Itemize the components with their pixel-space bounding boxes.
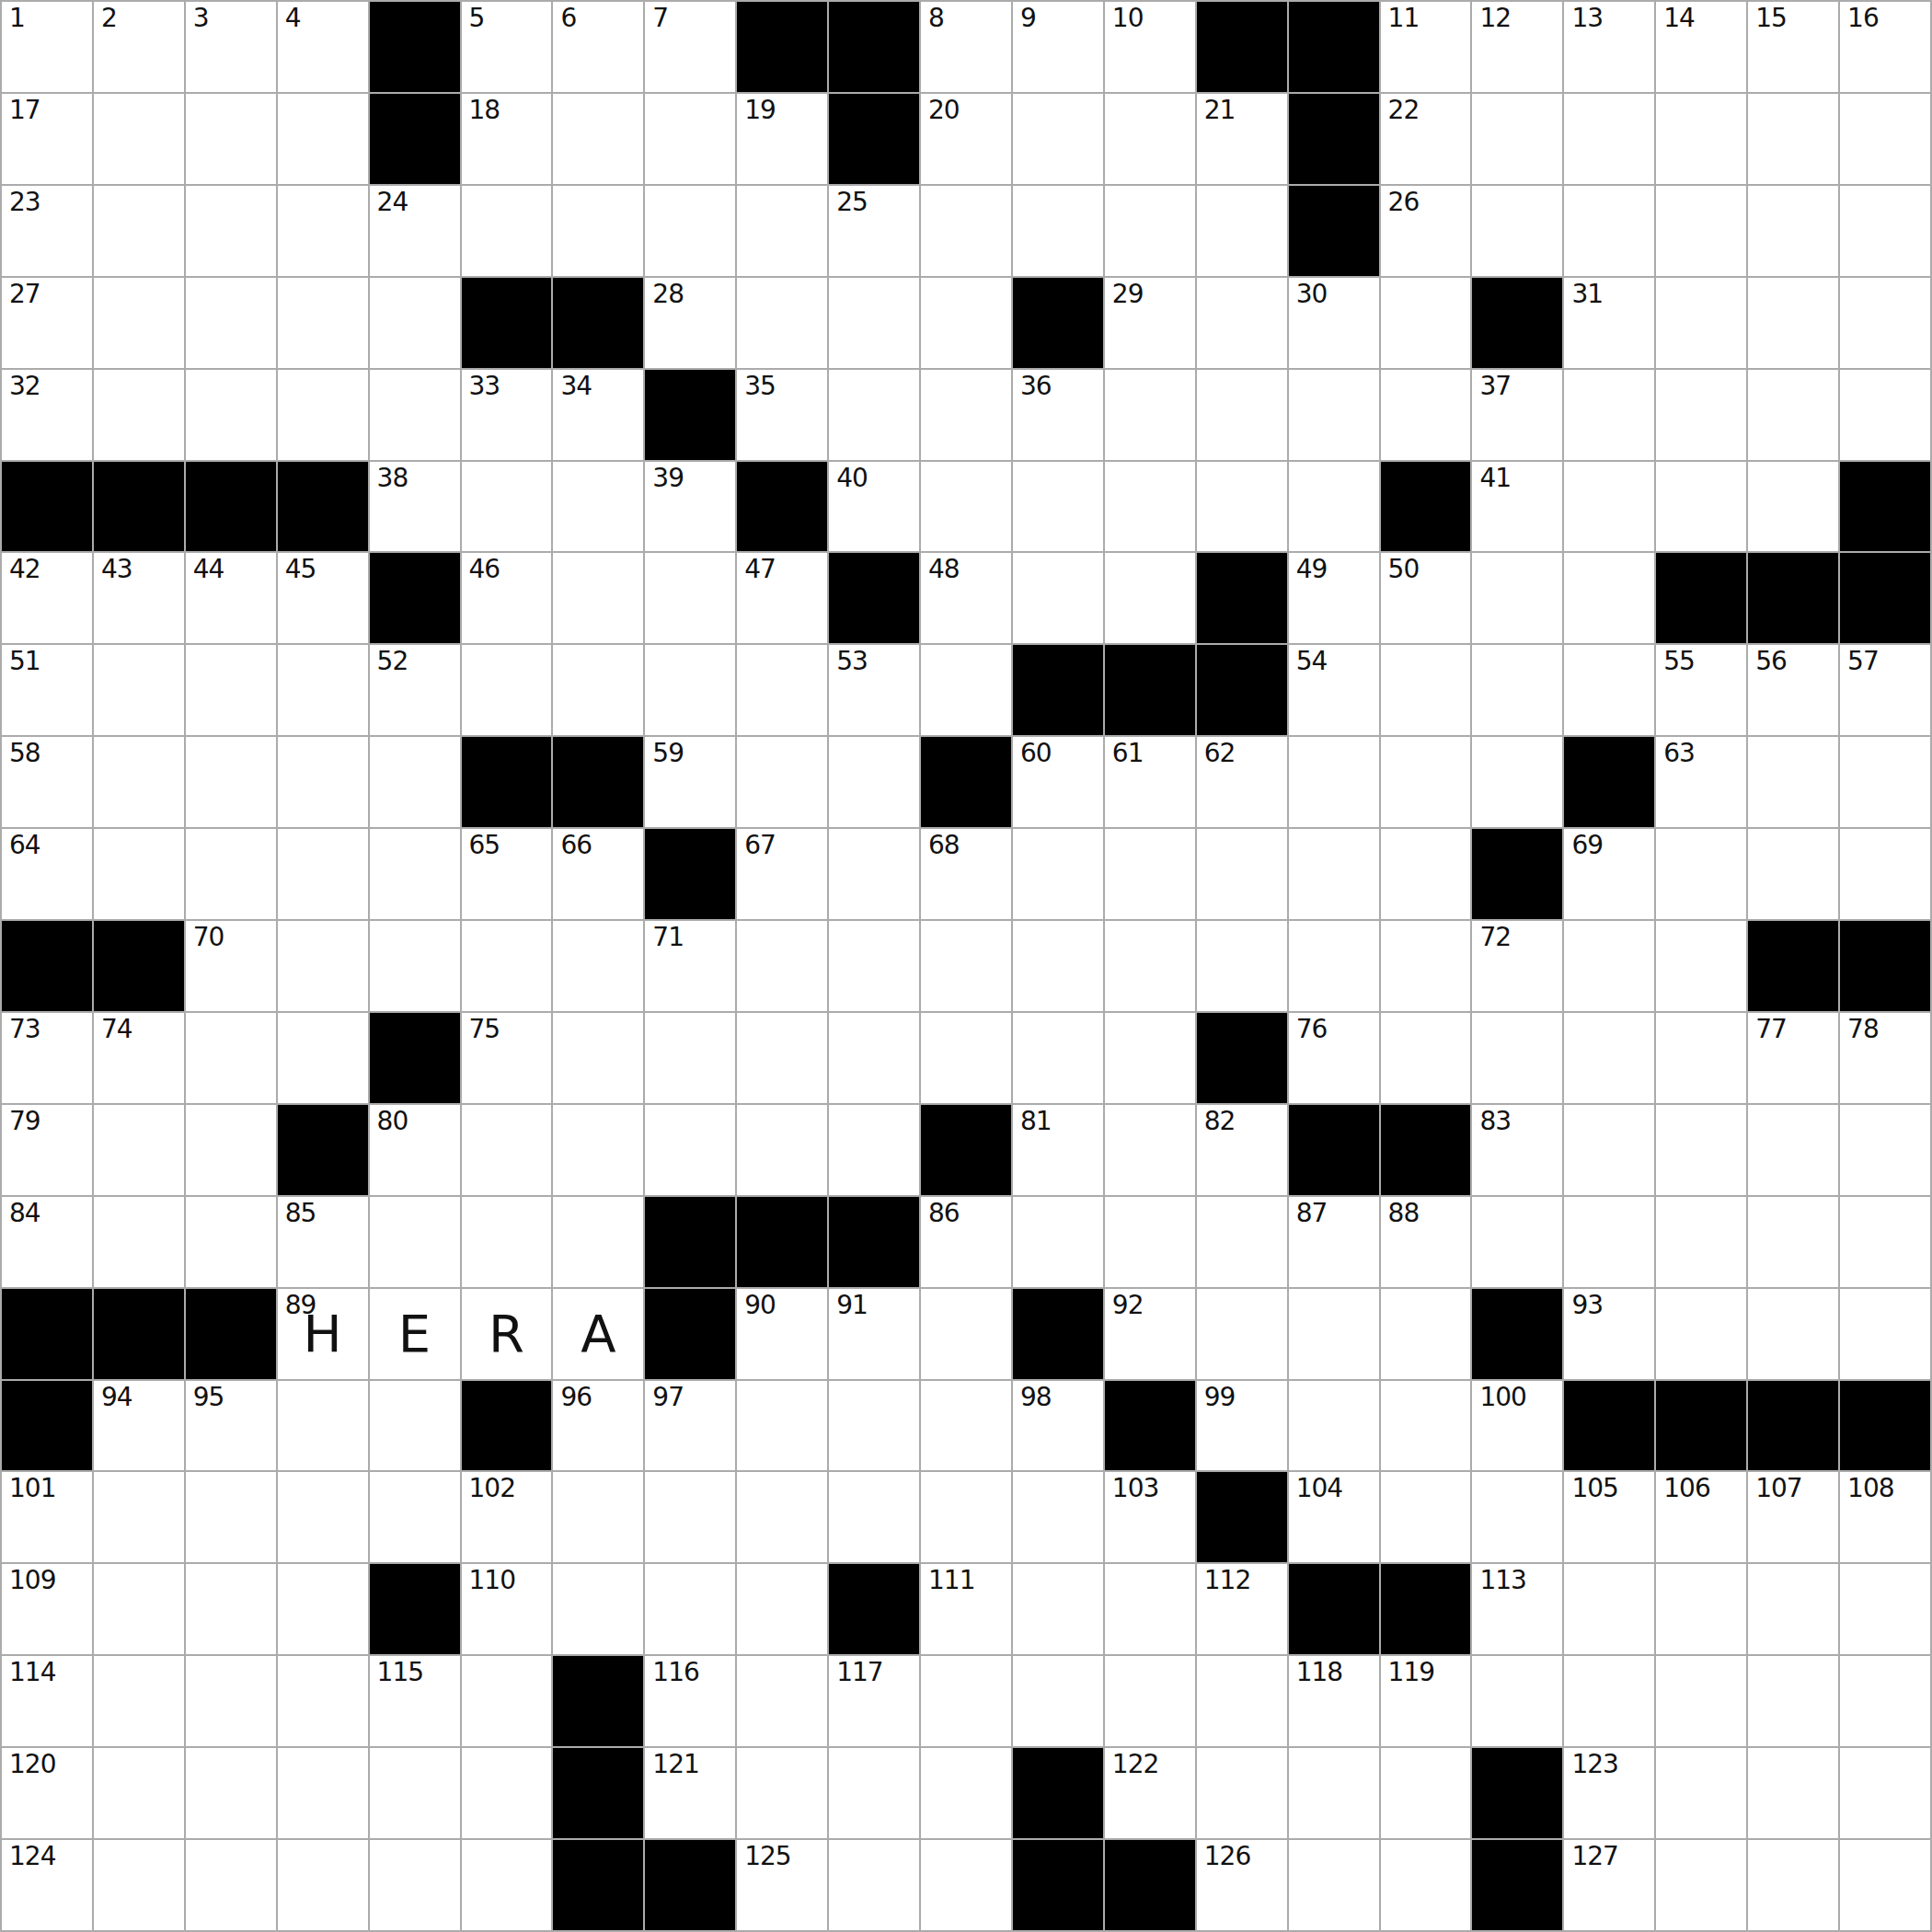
cell-r20-c16[interactable] — [1381, 1748, 1471, 1838]
cell-r21-c11[interactable] — [921, 1840, 1011, 1930]
cell-r4-c16[interactable] — [1381, 278, 1471, 368]
cell-r11-c14[interactable] — [1197, 921, 1287, 1011]
cell-r4-c1[interactable]: 27 — [2, 278, 92, 368]
cell-r5-c2[interactable] — [94, 370, 184, 460]
cell-r3-c3[interactable] — [186, 186, 276, 276]
cell-r7-c7[interactable] — [553, 553, 643, 643]
cell-r18-c20[interactable] — [1748, 1564, 1838, 1654]
cell-r12-c15[interactable]: 76 — [1289, 1013, 1379, 1103]
cell-r5-c15[interactable] — [1289, 370, 1379, 460]
cell-r2-c1[interactable]: 17 — [2, 94, 92, 184]
cell-r9-c13[interactable]: 61 — [1105, 737, 1195, 827]
cell-r21-c21[interactable] — [1840, 1840, 1930, 1930]
cell-r1-c7[interactable]: 6 — [553, 2, 643, 92]
cell-r21-c19[interactable] — [1656, 1840, 1746, 1930]
cell-r1-c2[interactable]: 2 — [94, 2, 184, 92]
cell-r18-c19[interactable] — [1656, 1564, 1746, 1654]
cell-r19-c2[interactable] — [94, 1656, 184, 1746]
cell-r13-c10[interactable] — [829, 1105, 919, 1195]
cell-r7-c2[interactable]: 43 — [94, 553, 184, 643]
cell-r9-c16[interactable] — [1381, 737, 1471, 827]
cell-r18-c3[interactable] — [186, 1564, 276, 1654]
cell-r17-c17[interactable] — [1472, 1472, 1562, 1562]
cell-r17-c9[interactable] — [737, 1472, 827, 1562]
cell-r3-c1[interactable]: 23 — [2, 186, 92, 276]
cell-r6-c7[interactable] — [553, 462, 643, 552]
cell-r17-c6[interactable]: 102 — [462, 1472, 552, 1562]
cell-r10-c5[interactable] — [370, 829, 460, 919]
cell-r3-c5[interactable]: 24 — [370, 186, 460, 276]
cell-r18-c18[interactable] — [1564, 1564, 1654, 1654]
cell-r14-c17[interactable] — [1472, 1197, 1562, 1287]
cell-r13-c6[interactable] — [462, 1105, 552, 1195]
cell-r17-c4[interactable] — [278, 1472, 368, 1562]
cell-r5-c9[interactable]: 35 — [737, 370, 827, 460]
cell-r11-c18[interactable] — [1564, 921, 1654, 1011]
cell-r5-c18[interactable] — [1564, 370, 1654, 460]
cell-r1-c4[interactable]: 4 — [278, 2, 368, 92]
cell-r2-c9[interactable]: 19 — [737, 94, 827, 184]
cell-r1-c21[interactable]: 16 — [1840, 2, 1930, 92]
cell-r5-c10[interactable] — [829, 370, 919, 460]
cell-r6-c19[interactable] — [1656, 462, 1746, 552]
cell-r21-c10[interactable] — [829, 1840, 919, 1930]
cell-r9-c8[interactable]: 59 — [645, 737, 735, 827]
cell-r15-c9[interactable]: 90 — [737, 1289, 827, 1379]
cell-r10-c13[interactable] — [1105, 829, 1195, 919]
cell-r9-c10[interactable] — [829, 737, 919, 827]
cell-r5-c12[interactable]: 36 — [1013, 370, 1103, 460]
cell-r2-c2[interactable] — [94, 94, 184, 184]
cell-r19-c11[interactable] — [921, 1656, 1011, 1746]
cell-r19-c20[interactable] — [1748, 1656, 1838, 1746]
cell-r17-c21[interactable]: 108 — [1840, 1472, 1930, 1562]
cell-r2-c20[interactable] — [1748, 94, 1838, 184]
cell-r9-c19[interactable]: 63 — [1656, 737, 1746, 827]
cell-r9-c5[interactable] — [370, 737, 460, 827]
cell-r11-c11[interactable] — [921, 921, 1011, 1011]
cell-r16-c14[interactable]: 99 — [1197, 1381, 1287, 1471]
cell-r17-c12[interactable] — [1013, 1472, 1103, 1562]
cell-r21-c15[interactable] — [1289, 1840, 1379, 1930]
cell-r18-c9[interactable] — [737, 1564, 827, 1654]
cell-r21-c6[interactable] — [462, 1840, 552, 1930]
cell-r8-c19[interactable]: 55 — [1656, 645, 1746, 735]
cell-r13-c3[interactable] — [186, 1105, 276, 1195]
cell-r13-c1[interactable]: 79 — [2, 1105, 92, 1195]
cell-r12-c19[interactable] — [1656, 1013, 1746, 1103]
cell-r14-c18[interactable] — [1564, 1197, 1654, 1287]
cell-r2-c11[interactable]: 20 — [921, 94, 1011, 184]
cell-r12-c18[interactable] — [1564, 1013, 1654, 1103]
cell-r14-c2[interactable] — [94, 1197, 184, 1287]
cell-r15-c13[interactable]: 92 — [1105, 1289, 1195, 1379]
cell-r20-c11[interactable] — [921, 1748, 1011, 1838]
cell-r19-c8[interactable]: 116 — [645, 1656, 735, 1746]
cell-r16-c3[interactable]: 95 — [186, 1381, 276, 1471]
cell-r9-c1[interactable]: 58 — [2, 737, 92, 827]
cell-r15-c16[interactable] — [1381, 1289, 1471, 1379]
cell-r14-c11[interactable]: 86 — [921, 1197, 1011, 1287]
cell-r6-c12[interactable] — [1013, 462, 1103, 552]
cell-r7-c3[interactable]: 44 — [186, 553, 276, 643]
cell-r20-c6[interactable] — [462, 1748, 552, 1838]
cell-r20-c4[interactable] — [278, 1748, 368, 1838]
cell-r12-c17[interactable] — [1472, 1013, 1562, 1103]
cell-r16-c15[interactable] — [1289, 1381, 1379, 1471]
cell-r3-c21[interactable] — [1840, 186, 1930, 276]
cell-r6-c15[interactable] — [1289, 462, 1379, 552]
cell-r15-c21[interactable] — [1840, 1289, 1930, 1379]
cell-r1-c19[interactable]: 14 — [1656, 2, 1746, 92]
cell-r19-c4[interactable] — [278, 1656, 368, 1746]
cell-r15-c6[interactable]: R — [462, 1289, 552, 1379]
cell-r12-c7[interactable] — [553, 1013, 643, 1103]
cell-r5-c5[interactable] — [370, 370, 460, 460]
cell-r16-c7[interactable]: 96 — [553, 1381, 643, 1471]
cell-r10-c1[interactable]: 64 — [2, 829, 92, 919]
cell-r10-c2[interactable] — [94, 829, 184, 919]
cell-r18-c17[interactable]: 113 — [1472, 1564, 1562, 1654]
cell-r10-c3[interactable] — [186, 829, 276, 919]
cell-r8-c16[interactable] — [1381, 645, 1471, 735]
cell-r16-c9[interactable] — [737, 1381, 827, 1471]
cell-r17-c1[interactable]: 101 — [2, 1472, 92, 1562]
cell-r20-c10[interactable] — [829, 1748, 919, 1838]
cell-r19-c18[interactable] — [1564, 1656, 1654, 1746]
cell-r6-c5[interactable]: 38 — [370, 462, 460, 552]
cell-r2-c4[interactable] — [278, 94, 368, 184]
cell-r1-c11[interactable]: 8 — [921, 2, 1011, 92]
cell-r20-c13[interactable]: 122 — [1105, 1748, 1195, 1838]
cell-r15-c4[interactable]: 89H — [278, 1289, 368, 1379]
cell-r11-c12[interactable] — [1013, 921, 1103, 1011]
cell-r7-c16[interactable]: 50 — [1381, 553, 1471, 643]
cell-r18-c14[interactable]: 112 — [1197, 1564, 1287, 1654]
cell-r7-c17[interactable] — [1472, 553, 1562, 643]
cell-r3-c14[interactable] — [1197, 186, 1287, 276]
cell-r12-c11[interactable] — [921, 1013, 1011, 1103]
cell-r19-c10[interactable]: 117 — [829, 1656, 919, 1746]
cell-r13-c17[interactable]: 83 — [1472, 1105, 1562, 1195]
cell-r2-c12[interactable] — [1013, 94, 1103, 184]
cell-r16-c8[interactable]: 97 — [645, 1381, 735, 1471]
cell-r14-c12[interactable] — [1013, 1197, 1103, 1287]
cell-r4-c4[interactable] — [278, 278, 368, 368]
cell-r16-c5[interactable] — [370, 1381, 460, 1471]
cell-r6-c20[interactable] — [1748, 462, 1838, 552]
cell-r17-c20[interactable]: 107 — [1748, 1472, 1838, 1562]
cell-r5-c21[interactable] — [1840, 370, 1930, 460]
cell-r13-c20[interactable] — [1748, 1105, 1838, 1195]
cell-r19-c12[interactable] — [1013, 1656, 1103, 1746]
cell-r8-c10[interactable]: 53 — [829, 645, 919, 735]
cell-r6-c18[interactable] — [1564, 462, 1654, 552]
cell-r21-c2[interactable] — [94, 1840, 184, 1930]
cell-r7-c12[interactable] — [1013, 553, 1103, 643]
cell-r17-c18[interactable]: 105 — [1564, 1472, 1654, 1562]
cell-r12-c9[interactable] — [737, 1013, 827, 1103]
cell-r12-c12[interactable] — [1013, 1013, 1103, 1103]
cell-r4-c5[interactable] — [370, 278, 460, 368]
cell-r15-c11[interactable] — [921, 1289, 1011, 1379]
cell-r3-c8[interactable] — [645, 186, 735, 276]
cell-r2-c14[interactable]: 21 — [1197, 94, 1287, 184]
cell-r17-c2[interactable] — [94, 1472, 184, 1562]
cell-r21-c4[interactable] — [278, 1840, 368, 1930]
cell-r5-c17[interactable]: 37 — [1472, 370, 1562, 460]
cell-r21-c1[interactable]: 124 — [2, 1840, 92, 1930]
cell-r5-c20[interactable] — [1748, 370, 1838, 460]
cell-r10-c15[interactable] — [1289, 829, 1379, 919]
cell-r9-c2[interactable] — [94, 737, 184, 827]
cell-r19-c15[interactable]: 118 — [1289, 1656, 1379, 1746]
cell-r15-c10[interactable]: 91 — [829, 1289, 919, 1379]
cell-r3-c16[interactable]: 26 — [1381, 186, 1471, 276]
cell-r12-c20[interactable]: 77 — [1748, 1013, 1838, 1103]
cell-r3-c12[interactable] — [1013, 186, 1103, 276]
cell-r8-c9[interactable] — [737, 645, 827, 735]
cell-r11-c13[interactable] — [1105, 921, 1195, 1011]
cell-r11-c10[interactable] — [829, 921, 919, 1011]
cell-r16-c2[interactable]: 94 — [94, 1381, 184, 1471]
cell-r1-c13[interactable]: 10 — [1105, 2, 1195, 92]
cell-r20-c14[interactable] — [1197, 1748, 1287, 1838]
cell-r10-c7[interactable]: 66 — [553, 829, 643, 919]
cell-r13-c2[interactable] — [94, 1105, 184, 1195]
cell-r20-c5[interactable] — [370, 1748, 460, 1838]
cell-r8-c2[interactable] — [94, 645, 184, 735]
cell-r5-c14[interactable] — [1197, 370, 1287, 460]
cell-r9-c12[interactable]: 60 — [1013, 737, 1103, 827]
cell-r11-c7[interactable] — [553, 921, 643, 1011]
cell-r15-c14[interactable] — [1197, 1289, 1287, 1379]
cell-r4-c21[interactable] — [1840, 278, 1930, 368]
cell-r14-c15[interactable]: 87 — [1289, 1197, 1379, 1287]
cell-r11-c8[interactable]: 71 — [645, 921, 735, 1011]
cell-r14-c19[interactable] — [1656, 1197, 1746, 1287]
cell-r4-c14[interactable] — [1197, 278, 1287, 368]
cell-r3-c19[interactable] — [1656, 186, 1746, 276]
cell-r12-c6[interactable]: 75 — [462, 1013, 552, 1103]
cell-r19-c3[interactable] — [186, 1656, 276, 1746]
cell-r5-c3[interactable] — [186, 370, 276, 460]
cell-r8-c20[interactable]: 56 — [1748, 645, 1838, 735]
cell-r11-c17[interactable]: 72 — [1472, 921, 1562, 1011]
cell-r7-c1[interactable]: 42 — [2, 553, 92, 643]
cell-r18-c7[interactable] — [553, 1564, 643, 1654]
cell-r14-c7[interactable] — [553, 1197, 643, 1287]
cell-r20-c8[interactable]: 121 — [645, 1748, 735, 1838]
cell-r3-c13[interactable] — [1105, 186, 1195, 276]
cell-r17-c16[interactable] — [1381, 1472, 1471, 1562]
cell-r21-c9[interactable]: 125 — [737, 1840, 827, 1930]
cell-r1-c12[interactable]: 9 — [1013, 2, 1103, 92]
cell-r2-c18[interactable] — [1564, 94, 1654, 184]
cell-r6-c17[interactable]: 41 — [1472, 462, 1562, 552]
cell-r8-c17[interactable] — [1472, 645, 1562, 735]
cell-r8-c11[interactable] — [921, 645, 1011, 735]
cell-r1-c6[interactable]: 5 — [462, 2, 552, 92]
cell-r7-c9[interactable]: 47 — [737, 553, 827, 643]
cell-r11-c15[interactable] — [1289, 921, 1379, 1011]
cell-r1-c20[interactable]: 15 — [1748, 2, 1838, 92]
cell-r2-c19[interactable] — [1656, 94, 1746, 184]
cell-r16-c16[interactable] — [1381, 1381, 1471, 1471]
cell-r7-c11[interactable]: 48 — [921, 553, 1011, 643]
cell-r13-c14[interactable]: 82 — [1197, 1105, 1287, 1195]
cell-r13-c5[interactable]: 80 — [370, 1105, 460, 1195]
cell-r4-c15[interactable]: 30 — [1289, 278, 1379, 368]
cell-r12-c3[interactable] — [186, 1013, 276, 1103]
cell-r13-c21[interactable] — [1840, 1105, 1930, 1195]
cell-r14-c13[interactable] — [1105, 1197, 1195, 1287]
cell-r9-c15[interactable] — [1289, 737, 1379, 827]
cell-r4-c3[interactable] — [186, 278, 276, 368]
cell-r11-c16[interactable] — [1381, 921, 1471, 1011]
cell-r15-c7[interactable]: A — [553, 1289, 643, 1379]
cell-r11-c4[interactable] — [278, 921, 368, 1011]
cell-r17-c11[interactable] — [921, 1472, 1011, 1562]
cell-r6-c8[interactable]: 39 — [645, 462, 735, 552]
cell-r13-c8[interactable] — [645, 1105, 735, 1195]
cell-r2-c13[interactable] — [1105, 94, 1195, 184]
cell-r19-c1[interactable]: 114 — [2, 1656, 92, 1746]
cell-r9-c4[interactable] — [278, 737, 368, 827]
cell-r9-c17[interactable] — [1472, 737, 1562, 827]
cell-r19-c9[interactable] — [737, 1656, 827, 1746]
cell-r14-c6[interactable] — [462, 1197, 552, 1287]
cell-r20-c2[interactable] — [94, 1748, 184, 1838]
cell-r8-c21[interactable]: 57 — [1840, 645, 1930, 735]
cell-r12-c21[interactable]: 78 — [1840, 1013, 1930, 1103]
cell-r9-c14[interactable]: 62 — [1197, 737, 1287, 827]
cell-r17-c7[interactable] — [553, 1472, 643, 1562]
cell-r18-c1[interactable]: 109 — [2, 1564, 92, 1654]
cell-r14-c4[interactable]: 85 — [278, 1197, 368, 1287]
cell-r18-c21[interactable] — [1840, 1564, 1930, 1654]
cell-r5-c13[interactable] — [1105, 370, 1195, 460]
cell-r18-c12[interactable] — [1013, 1564, 1103, 1654]
cell-r15-c18[interactable]: 93 — [1564, 1289, 1654, 1379]
cell-r14-c5[interactable] — [370, 1197, 460, 1287]
cell-r16-c4[interactable] — [278, 1381, 368, 1471]
cell-r3-c17[interactable] — [1472, 186, 1562, 276]
cell-r18-c4[interactable] — [278, 1564, 368, 1654]
cell-r1-c1[interactable]: 1 — [2, 2, 92, 92]
cell-r20-c20[interactable] — [1748, 1748, 1838, 1838]
cell-r9-c3[interactable] — [186, 737, 276, 827]
cell-r17-c5[interactable] — [370, 1472, 460, 1562]
cell-r4-c20[interactable] — [1748, 278, 1838, 368]
cell-r17-c19[interactable]: 106 — [1656, 1472, 1746, 1562]
cell-r8-c18[interactable] — [1564, 645, 1654, 735]
cell-r7-c6[interactable]: 46 — [462, 553, 552, 643]
cell-r10-c10[interactable] — [829, 829, 919, 919]
cell-r8-c8[interactable] — [645, 645, 735, 735]
cell-r5-c7[interactable]: 34 — [553, 370, 643, 460]
cell-r1-c16[interactable]: 11 — [1381, 2, 1471, 92]
cell-r21-c16[interactable] — [1381, 1840, 1471, 1930]
cell-r13-c18[interactable] — [1564, 1105, 1654, 1195]
cell-r2-c21[interactable] — [1840, 94, 1930, 184]
cell-r20-c1[interactable]: 120 — [2, 1748, 92, 1838]
cell-r2-c16[interactable]: 22 — [1381, 94, 1471, 184]
cell-r21-c14[interactable]: 126 — [1197, 1840, 1287, 1930]
cell-r18-c11[interactable]: 111 — [921, 1564, 1011, 1654]
cell-r13-c7[interactable] — [553, 1105, 643, 1195]
cell-r20-c19[interactable] — [1656, 1748, 1746, 1838]
cell-r20-c18[interactable]: 123 — [1564, 1748, 1654, 1838]
cell-r20-c15[interactable] — [1289, 1748, 1379, 1838]
cell-r3-c10[interactable]: 25 — [829, 186, 919, 276]
cell-r13-c12[interactable]: 81 — [1013, 1105, 1103, 1195]
cell-r12-c16[interactable] — [1381, 1013, 1471, 1103]
cell-r19-c19[interactable] — [1656, 1656, 1746, 1746]
cell-r10-c14[interactable] — [1197, 829, 1287, 919]
cell-r1-c18[interactable]: 13 — [1564, 2, 1654, 92]
cell-r9-c20[interactable] — [1748, 737, 1838, 827]
cell-r17-c13[interactable]: 103 — [1105, 1472, 1195, 1562]
cell-r10-c4[interactable] — [278, 829, 368, 919]
cell-r19-c5[interactable]: 115 — [370, 1656, 460, 1746]
cell-r14-c14[interactable] — [1197, 1197, 1287, 1287]
cell-r2-c3[interactable] — [186, 94, 276, 184]
cell-r19-c21[interactable] — [1840, 1656, 1930, 1746]
cell-r18-c8[interactable] — [645, 1564, 735, 1654]
cell-r2-c17[interactable] — [1472, 94, 1562, 184]
cell-r6-c14[interactable] — [1197, 462, 1287, 552]
cell-r17-c8[interactable] — [645, 1472, 735, 1562]
cell-r3-c9[interactable] — [737, 186, 827, 276]
cell-r3-c6[interactable] — [462, 186, 552, 276]
cell-r5-c11[interactable] — [921, 370, 1011, 460]
cell-r8-c7[interactable] — [553, 645, 643, 735]
cell-r16-c10[interactable] — [829, 1381, 919, 1471]
cell-r21-c5[interactable] — [370, 1840, 460, 1930]
cell-r1-c17[interactable]: 12 — [1472, 2, 1562, 92]
cell-r4-c11[interactable] — [921, 278, 1011, 368]
cell-r1-c8[interactable]: 7 — [645, 2, 735, 92]
cell-r2-c8[interactable] — [645, 94, 735, 184]
cell-r7-c13[interactable] — [1105, 553, 1195, 643]
cell-r4-c19[interactable] — [1656, 278, 1746, 368]
cell-r4-c2[interactable] — [94, 278, 184, 368]
cell-r3-c7[interactable] — [553, 186, 643, 276]
cell-r7-c15[interactable]: 49 — [1289, 553, 1379, 643]
cell-r19-c16[interactable]: 119 — [1381, 1656, 1471, 1746]
cell-r11-c19[interactable] — [1656, 921, 1746, 1011]
cell-r3-c18[interactable] — [1564, 186, 1654, 276]
cell-r3-c11[interactable] — [921, 186, 1011, 276]
cell-r11-c9[interactable] — [737, 921, 827, 1011]
cell-r13-c9[interactable] — [737, 1105, 827, 1195]
cell-r12-c1[interactable]: 73 — [2, 1013, 92, 1103]
cell-r8-c1[interactable]: 51 — [2, 645, 92, 735]
cell-r19-c13[interactable] — [1105, 1656, 1195, 1746]
cell-r10-c20[interactable] — [1748, 829, 1838, 919]
cell-r8-c6[interactable] — [462, 645, 552, 735]
cell-r14-c16[interactable]: 88 — [1381, 1197, 1471, 1287]
cell-r7-c18[interactable] — [1564, 553, 1654, 643]
cell-r16-c12[interactable]: 98 — [1013, 1381, 1103, 1471]
cell-r7-c8[interactable] — [645, 553, 735, 643]
cell-r10-c9[interactable]: 67 — [737, 829, 827, 919]
cell-r13-c19[interactable] — [1656, 1105, 1746, 1195]
cell-r5-c1[interactable]: 32 — [2, 370, 92, 460]
cell-r2-c7[interactable] — [553, 94, 643, 184]
cell-r3-c20[interactable] — [1748, 186, 1838, 276]
